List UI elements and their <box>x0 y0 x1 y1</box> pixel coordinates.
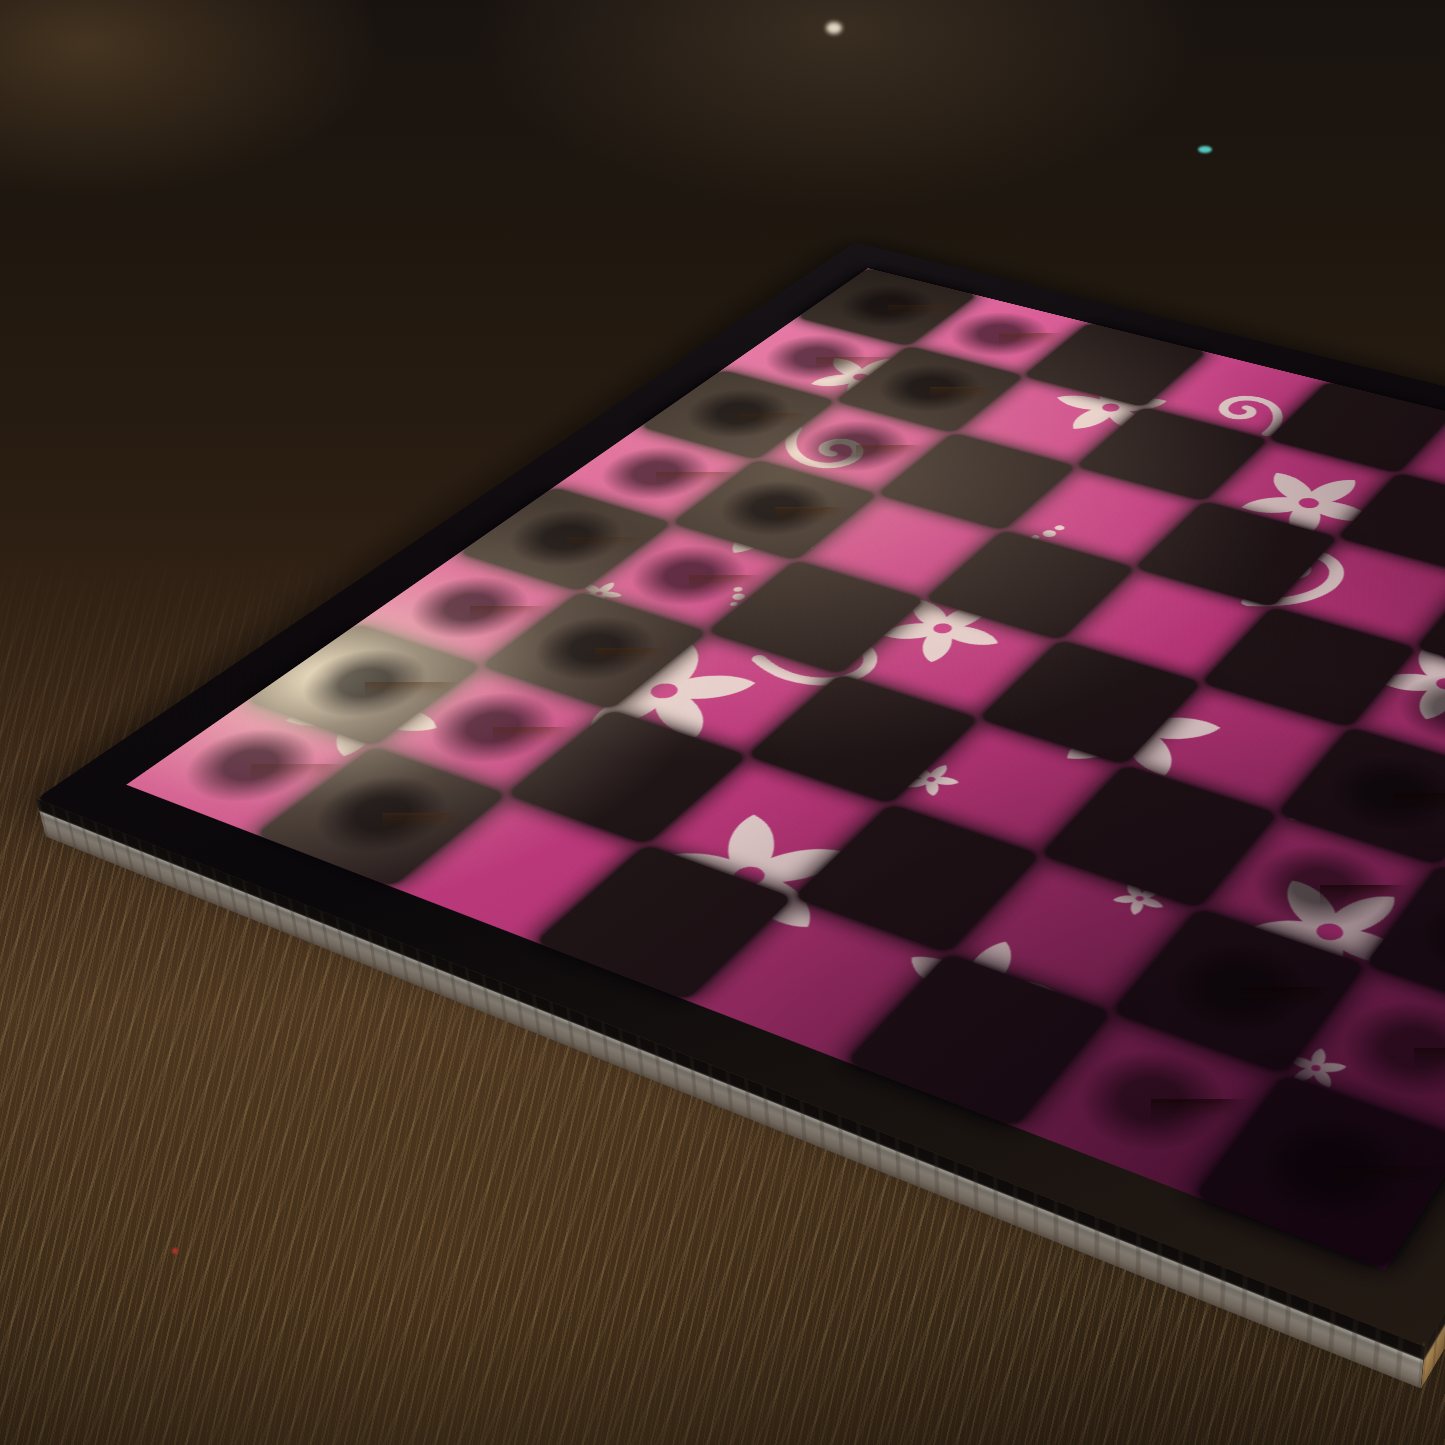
red-paint-speck <box>172 1248 178 1254</box>
pawn-glyph: ♟ <box>287 628 478 841</box>
rook-glyph: ♜ <box>1190 891 1445 1208</box>
table-glint <box>826 22 842 34</box>
teal-paint-speck <box>1198 146 1212 153</box>
chessboard-photo: ♜♞♝♛♚♝♞♜♟♟♟♟♟♟♟♟♟♟♟♟♟♟♟♟♜♞♝♛♚♝♞♜ <box>0 0 1445 1445</box>
